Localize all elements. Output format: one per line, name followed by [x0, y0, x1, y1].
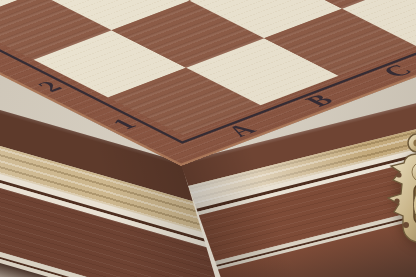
clasp-hole [403, 222, 409, 228]
file-label-c: C [376, 61, 416, 80]
file-label-a: A [220, 121, 263, 140]
clasp-hole [396, 172, 401, 177]
file-label-b: B [299, 91, 340, 110]
brass-clasp [378, 128, 416, 260]
scene: ABCDEFGH12345678 [0, 0, 416, 277]
clasp-hole [394, 198, 399, 203]
